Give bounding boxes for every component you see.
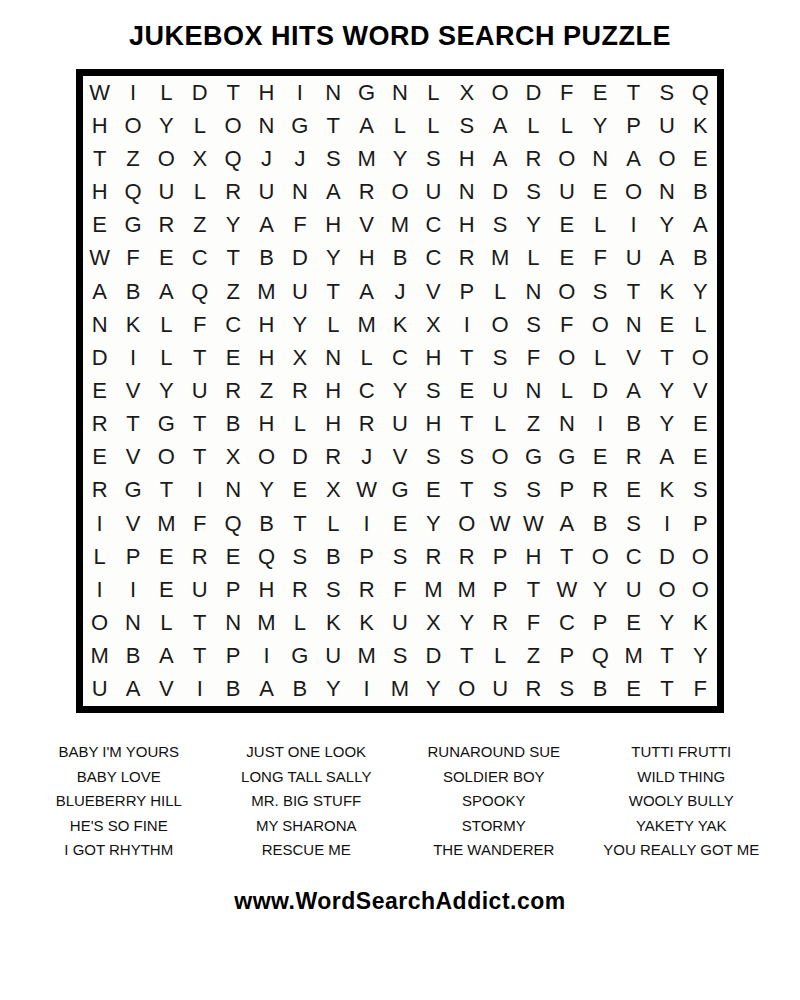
grid-cell[interactable]: T	[283, 507, 316, 540]
grid-cell[interactable]: Y	[650, 408, 683, 441]
grid-cell[interactable]: T	[183, 408, 216, 441]
grid-cell[interactable]: U	[183, 573, 216, 606]
grid-cell[interactable]: V	[417, 275, 450, 308]
grid-cell[interactable]: S	[483, 341, 516, 374]
grid-cell[interactable]: S	[317, 573, 350, 606]
grid-cell[interactable]: Y	[650, 607, 683, 640]
grid-cell[interactable]: T	[450, 341, 483, 374]
grid-cell[interactable]: U	[483, 673, 516, 706]
grid-cell[interactable]: R	[216, 175, 249, 208]
grid-cell[interactable]: U	[417, 175, 450, 208]
grid-cell[interactable]: A	[617, 142, 650, 175]
grid-cell[interactable]: L	[417, 109, 450, 142]
grid-cell[interactable]: D	[83, 341, 116, 374]
grid-cell[interactable]: S	[684, 474, 717, 507]
grid-cell[interactable]: Y	[650, 209, 683, 242]
grid-cell[interactable]: T	[183, 640, 216, 673]
grid-cell[interactable]: A	[650, 242, 683, 275]
grid-cell[interactable]: F	[283, 209, 316, 242]
grid-cell[interactable]: Z	[517, 408, 550, 441]
grid-cell[interactable]: I	[116, 341, 149, 374]
grid-cell[interactable]: D	[183, 76, 216, 109]
grid-cell[interactable]: O	[216, 109, 249, 142]
grid-cell[interactable]: S	[517, 474, 550, 507]
grid-cell[interactable]: E	[617, 673, 650, 706]
grid-cell[interactable]: Y	[650, 374, 683, 407]
grid-cell[interactable]: O	[150, 441, 183, 474]
grid-cell[interactable]: E	[684, 408, 717, 441]
grid-cell[interactable]: A	[116, 673, 149, 706]
grid-cell[interactable]: W	[83, 76, 116, 109]
grid-cell[interactable]: J	[350, 441, 383, 474]
grid-cell[interactable]: L	[150, 308, 183, 341]
grid-cell[interactable]: S	[450, 441, 483, 474]
grid-cell[interactable]: O	[550, 142, 583, 175]
grid-cell[interactable]: R	[450, 242, 483, 275]
grid-cell[interactable]: L	[183, 109, 216, 142]
grid-cell[interactable]: X	[183, 142, 216, 175]
grid-cell[interactable]: P	[483, 573, 516, 606]
grid-cell[interactable]: A	[250, 673, 283, 706]
grid-cell[interactable]: R	[350, 408, 383, 441]
grid-cell[interactable]: Y	[317, 242, 350, 275]
grid-cell[interactable]: R	[183, 540, 216, 573]
grid-cell[interactable]: D	[483, 175, 516, 208]
grid-cell[interactable]: A	[83, 275, 116, 308]
grid-cell[interactable]: R	[317, 441, 350, 474]
grid-cell[interactable]: N	[517, 374, 550, 407]
grid-cell[interactable]: R	[350, 573, 383, 606]
grid-cell[interactable]: X	[283, 341, 316, 374]
grid-cell[interactable]: C	[183, 242, 216, 275]
grid-cell[interactable]: N	[317, 76, 350, 109]
grid-cell[interactable]: V	[116, 374, 149, 407]
grid-cell[interactable]: L	[483, 640, 516, 673]
grid-cell[interactable]: H	[317, 209, 350, 242]
grid-cell[interactable]: T	[617, 76, 650, 109]
grid-cell[interactable]: O	[450, 507, 483, 540]
grid-cell[interactable]: E	[550, 209, 583, 242]
grid-cell[interactable]: P	[584, 607, 617, 640]
grid-cell[interactable]: D	[417, 640, 450, 673]
grid-cell[interactable]: B	[584, 507, 617, 540]
grid-cell[interactable]: R	[617, 441, 650, 474]
grid-cell[interactable]: L	[183, 175, 216, 208]
grid-cell[interactable]: L	[317, 308, 350, 341]
grid-cell[interactable]: T	[116, 408, 149, 441]
grid-cell[interactable]: W	[550, 573, 583, 606]
grid-cell[interactable]: L	[383, 109, 416, 142]
grid-cell[interactable]: I	[183, 673, 216, 706]
grid-cell[interactable]: U	[650, 109, 683, 142]
grid-cell[interactable]: P	[684, 507, 717, 540]
grid-cell[interactable]: O	[450, 673, 483, 706]
grid-cell[interactable]: E	[684, 441, 717, 474]
grid-cell[interactable]: H	[250, 408, 283, 441]
grid-cell[interactable]: W	[83, 242, 116, 275]
grid-cell[interactable]: L	[483, 408, 516, 441]
grid-cell[interactable]: H	[250, 308, 283, 341]
grid-cell[interactable]: M	[450, 573, 483, 606]
grid-cell[interactable]: M	[250, 607, 283, 640]
grid-cell[interactable]: Y	[584, 573, 617, 606]
grid-cell[interactable]: O	[250, 441, 283, 474]
grid-cell[interactable]: E	[550, 242, 583, 275]
grid-cell[interactable]: S	[650, 76, 683, 109]
grid-cell[interactable]: R	[483, 607, 516, 640]
grid-cell[interactable]: O	[684, 341, 717, 374]
grid-cell[interactable]: T	[450, 408, 483, 441]
grid-cell[interactable]: E	[584, 175, 617, 208]
grid-cell[interactable]: T	[650, 341, 683, 374]
grid-cell[interactable]: Y	[417, 673, 450, 706]
grid-cell[interactable]: S	[517, 175, 550, 208]
grid-cell[interactable]: G	[517, 441, 550, 474]
grid-cell[interactable]: L	[517, 109, 550, 142]
grid-cell[interactable]: K	[350, 607, 383, 640]
grid-cell[interactable]: Y	[684, 275, 717, 308]
grid-cell[interactable]: C	[417, 209, 450, 242]
grid-cell[interactable]: U	[383, 607, 416, 640]
grid-cell[interactable]: M	[150, 507, 183, 540]
grid-cell[interactable]: F	[517, 341, 550, 374]
grid-cell[interactable]: L	[283, 408, 316, 441]
grid-cell[interactable]: L	[317, 507, 350, 540]
grid-cell[interactable]: N	[83, 308, 116, 341]
grid-cell[interactable]: B	[617, 408, 650, 441]
grid-cell[interactable]: V	[617, 341, 650, 374]
grid-cell[interactable]: O	[483, 76, 516, 109]
grid-cell[interactable]: L	[150, 76, 183, 109]
grid-cell[interactable]: E	[83, 209, 116, 242]
grid-cell[interactable]: E	[216, 540, 249, 573]
grid-cell[interactable]: L	[483, 275, 516, 308]
grid-cell[interactable]: I	[350, 507, 383, 540]
grid-cell[interactable]: Y	[584, 109, 617, 142]
grid-cell[interactable]: Y	[684, 640, 717, 673]
grid-cell[interactable]: A	[550, 507, 583, 540]
grid-cell[interactable]: E	[617, 607, 650, 640]
grid-cell[interactable]: N	[250, 109, 283, 142]
grid-cell[interactable]: X	[417, 607, 450, 640]
grid-cell[interactable]: G	[116, 474, 149, 507]
grid-cell[interactable]: W	[350, 474, 383, 507]
grid-cell[interactable]: Y	[417, 507, 450, 540]
grid-cell[interactable]: Y	[383, 374, 416, 407]
grid-cell[interactable]: M	[617, 640, 650, 673]
grid-cell[interactable]: N	[617, 308, 650, 341]
grid-cell[interactable]: I	[617, 209, 650, 242]
grid-cell[interactable]: Y	[317, 673, 350, 706]
grid-cell[interactable]: T	[216, 242, 249, 275]
grid-cell[interactable]: E	[617, 474, 650, 507]
grid-cell[interactable]: M	[350, 308, 383, 341]
grid-cell[interactable]: D	[283, 441, 316, 474]
grid-cell[interactable]: R	[83, 474, 116, 507]
grid-cell[interactable]: B	[684, 175, 717, 208]
grid-cell[interactable]: P	[450, 275, 483, 308]
grid-cell[interactable]: I	[350, 673, 383, 706]
grid-cell[interactable]: B	[383, 242, 416, 275]
grid-cell[interactable]: A	[483, 109, 516, 142]
grid-cell[interactable]: T	[183, 607, 216, 640]
grid-cell[interactable]: P	[617, 109, 650, 142]
grid-cell[interactable]: Q	[183, 275, 216, 308]
grid-cell[interactable]: G	[283, 640, 316, 673]
grid-cell[interactable]: A	[483, 142, 516, 175]
grid-cell[interactable]: E	[150, 242, 183, 275]
grid-cell[interactable]: L	[550, 374, 583, 407]
grid-cell[interactable]: J	[283, 142, 316, 175]
grid-cell[interactable]: Y	[150, 109, 183, 142]
grid-cell[interactable]: V	[116, 507, 149, 540]
grid-cell[interactable]: M	[383, 673, 416, 706]
grid-cell[interactable]: L	[150, 341, 183, 374]
grid-cell[interactable]: P	[550, 474, 583, 507]
grid-cell[interactable]: E	[684, 142, 717, 175]
grid-cell[interactable]: O	[150, 142, 183, 175]
grid-cell[interactable]: V	[383, 441, 416, 474]
grid-cell[interactable]: E	[83, 374, 116, 407]
grid-cell[interactable]: U	[83, 673, 116, 706]
grid-cell[interactable]: Q	[216, 142, 249, 175]
grid-cell[interactable]: M	[350, 142, 383, 175]
grid-cell[interactable]: H	[317, 374, 350, 407]
grid-cell[interactable]: S	[550, 673, 583, 706]
grid-cell[interactable]: Y	[150, 374, 183, 407]
grid-cell[interactable]: T	[617, 275, 650, 308]
grid-cell[interactable]: K	[383, 308, 416, 341]
grid-cell[interactable]: H	[250, 341, 283, 374]
grid-cell[interactable]: S	[517, 308, 550, 341]
grid-cell[interactable]: J	[383, 275, 416, 308]
grid-cell[interactable]: O	[650, 573, 683, 606]
grid-cell[interactable]: R	[283, 573, 316, 606]
grid-cell[interactable]: S	[417, 142, 450, 175]
grid-cell[interactable]: C	[617, 540, 650, 573]
grid-cell[interactable]: B	[317, 540, 350, 573]
grid-cell[interactable]: H	[250, 573, 283, 606]
grid-cell[interactable]: T	[550, 540, 583, 573]
grid-cell[interactable]: N	[283, 175, 316, 208]
grid-cell[interactable]: G	[383, 474, 416, 507]
grid-cell[interactable]: P	[216, 640, 249, 673]
grid-cell[interactable]: Y	[517, 209, 550, 242]
grid-cell[interactable]: C	[417, 242, 450, 275]
grid-cell[interactable]: I	[116, 76, 149, 109]
grid-cell[interactable]: Y	[250, 474, 283, 507]
grid-cell[interactable]: N	[383, 76, 416, 109]
grid-cell[interactable]: G	[150, 408, 183, 441]
grid-cell[interactable]: F	[116, 242, 149, 275]
grid-cell[interactable]: Q	[584, 640, 617, 673]
grid-cell[interactable]: A	[650, 441, 683, 474]
grid-cell[interactable]: T	[650, 673, 683, 706]
grid-cell[interactable]: S	[417, 374, 450, 407]
grid-cell[interactable]: O	[550, 275, 583, 308]
grid-cell[interactable]: S	[450, 109, 483, 142]
grid-cell[interactable]: F	[584, 242, 617, 275]
grid-cell[interactable]: U	[250, 175, 283, 208]
grid-cell[interactable]: E	[216, 341, 249, 374]
grid-cell[interactable]: U	[317, 640, 350, 673]
grid-cell[interactable]: B	[684, 242, 717, 275]
grid-cell[interactable]: M	[417, 573, 450, 606]
grid-cell[interactable]: B	[116, 275, 149, 308]
grid-cell[interactable]: U	[617, 573, 650, 606]
grid-cell[interactable]: E	[450, 374, 483, 407]
grid-cell[interactable]: L	[584, 209, 617, 242]
grid-cell[interactable]: T	[317, 275, 350, 308]
grid-cell[interactable]: N	[116, 607, 149, 640]
grid-cell[interactable]: G	[283, 109, 316, 142]
grid-cell[interactable]: M	[350, 640, 383, 673]
grid-cell[interactable]: A	[150, 275, 183, 308]
grid-cell[interactable]: S	[317, 142, 350, 175]
grid-cell[interactable]: N	[216, 607, 249, 640]
grid-cell[interactable]: D	[283, 242, 316, 275]
grid-cell[interactable]: O	[584, 308, 617, 341]
grid-cell[interactable]: C	[550, 607, 583, 640]
grid-cell[interactable]: S	[383, 540, 416, 573]
grid-cell[interactable]: I	[83, 507, 116, 540]
grid-cell[interactable]: D	[584, 374, 617, 407]
grid-cell[interactable]: Y	[450, 607, 483, 640]
grid-cell[interactable]: H	[417, 341, 450, 374]
grid-cell[interactable]: O	[383, 175, 416, 208]
grid-cell[interactable]: S	[617, 507, 650, 540]
grid-cell[interactable]: A	[617, 374, 650, 407]
grid-cell[interactable]: L	[150, 607, 183, 640]
grid-cell[interactable]: W	[517, 507, 550, 540]
grid-cell[interactable]: E	[383, 507, 416, 540]
grid-cell[interactable]: O	[116, 109, 149, 142]
grid-cell[interactable]: S	[283, 540, 316, 573]
grid-cell[interactable]: Z	[250, 374, 283, 407]
grid-cell[interactable]: T	[183, 441, 216, 474]
grid-cell[interactable]: L	[517, 242, 550, 275]
grid-cell[interactable]: X	[317, 474, 350, 507]
grid-cell[interactable]: U	[617, 242, 650, 275]
grid-cell[interactable]: T	[517, 573, 550, 606]
grid-cell[interactable]: L	[350, 341, 383, 374]
grid-cell[interactable]: S	[383, 640, 416, 673]
grid-cell[interactable]: H	[417, 408, 450, 441]
grid-cell[interactable]: B	[283, 673, 316, 706]
grid-cell[interactable]: V	[350, 209, 383, 242]
grid-cell[interactable]: E	[417, 474, 450, 507]
grid-cell[interactable]: Y	[216, 209, 249, 242]
grid-cell[interactable]: R	[283, 374, 316, 407]
grid-cell[interactable]: O	[483, 308, 516, 341]
grid-cell[interactable]: F	[684, 673, 717, 706]
grid-cell[interactable]: R	[83, 408, 116, 441]
grid-cell[interactable]: I	[584, 408, 617, 441]
grid-cell[interactable]: Q	[250, 540, 283, 573]
grid-cell[interactable]: K	[317, 607, 350, 640]
grid-cell[interactable]: U	[550, 175, 583, 208]
grid-cell[interactable]: N	[317, 341, 350, 374]
grid-cell[interactable]: R	[517, 142, 550, 175]
grid-cell[interactable]: H	[350, 242, 383, 275]
grid-cell[interactable]: C	[216, 308, 249, 341]
grid-cell[interactable]: H	[450, 142, 483, 175]
grid-cell[interactable]: L	[684, 308, 717, 341]
grid-cell[interactable]: G	[350, 76, 383, 109]
grid-cell[interactable]: A	[150, 640, 183, 673]
grid-cell[interactable]: U	[383, 408, 416, 441]
grid-cell[interactable]: E	[83, 441, 116, 474]
grid-cell[interactable]: N	[550, 408, 583, 441]
grid-cell[interactable]: N	[450, 175, 483, 208]
grid-cell[interactable]: S	[417, 441, 450, 474]
grid-cell[interactable]: T	[450, 640, 483, 673]
grid-cell[interactable]: P	[483, 540, 516, 573]
grid-cell[interactable]: L	[584, 341, 617, 374]
grid-cell[interactable]: T	[317, 109, 350, 142]
grid-cell[interactable]: P	[216, 573, 249, 606]
grid-cell[interactable]: Y	[283, 308, 316, 341]
grid-cell[interactable]: B	[584, 673, 617, 706]
grid-cell[interactable]: J	[250, 142, 283, 175]
grid-cell[interactable]: U	[483, 374, 516, 407]
grid-cell[interactable]: V	[116, 441, 149, 474]
grid-cell[interactable]: M	[383, 209, 416, 242]
grid-cell[interactable]: Q	[684, 76, 717, 109]
grid-cell[interactable]: B	[250, 242, 283, 275]
grid-cell[interactable]: O	[650, 142, 683, 175]
grid-cell[interactable]: Q	[116, 175, 149, 208]
grid-cell[interactable]: U	[283, 275, 316, 308]
grid-cell[interactable]: O	[684, 573, 717, 606]
grid-cell[interactable]: E	[150, 540, 183, 573]
grid-cell[interactable]: B	[116, 640, 149, 673]
grid-cell[interactable]: H	[450, 209, 483, 242]
grid-cell[interactable]: I	[183, 474, 216, 507]
grid-cell[interactable]: A	[317, 175, 350, 208]
grid-cell[interactable]: F	[550, 76, 583, 109]
grid-cell[interactable]: R	[417, 540, 450, 573]
grid-cell[interactable]: A	[350, 275, 383, 308]
grid-cell[interactable]: O	[684, 540, 717, 573]
grid-cell[interactable]: O	[550, 341, 583, 374]
grid-cell[interactable]: P	[350, 540, 383, 573]
grid-cell[interactable]: F	[183, 507, 216, 540]
grid-cell[interactable]: L	[550, 109, 583, 142]
grid-cell[interactable]: Z	[183, 209, 216, 242]
grid-cell[interactable]: V	[684, 374, 717, 407]
grid-cell[interactable]: B	[216, 673, 249, 706]
grid-cell[interactable]: R	[350, 175, 383, 208]
grid-cell[interactable]: I	[650, 507, 683, 540]
grid-cell[interactable]: E	[283, 474, 316, 507]
grid-cell[interactable]: T	[216, 76, 249, 109]
grid-cell[interactable]: E	[584, 441, 617, 474]
grid-cell[interactable]: A	[684, 209, 717, 242]
grid-cell[interactable]: T	[450, 474, 483, 507]
grid-cell[interactable]: F	[383, 573, 416, 606]
grid-cell[interactable]: B	[216, 408, 249, 441]
grid-cell[interactable]: A	[350, 109, 383, 142]
grid-cell[interactable]: H	[83, 109, 116, 142]
grid-cell[interactable]: I	[250, 640, 283, 673]
grid-cell[interactable]: O	[83, 607, 116, 640]
grid-cell[interactable]: Z	[116, 142, 149, 175]
grid-cell[interactable]: T	[650, 640, 683, 673]
grid-cell[interactable]: S	[584, 275, 617, 308]
grid-cell[interactable]: H	[517, 540, 550, 573]
grid-cell[interactable]: H	[250, 76, 283, 109]
